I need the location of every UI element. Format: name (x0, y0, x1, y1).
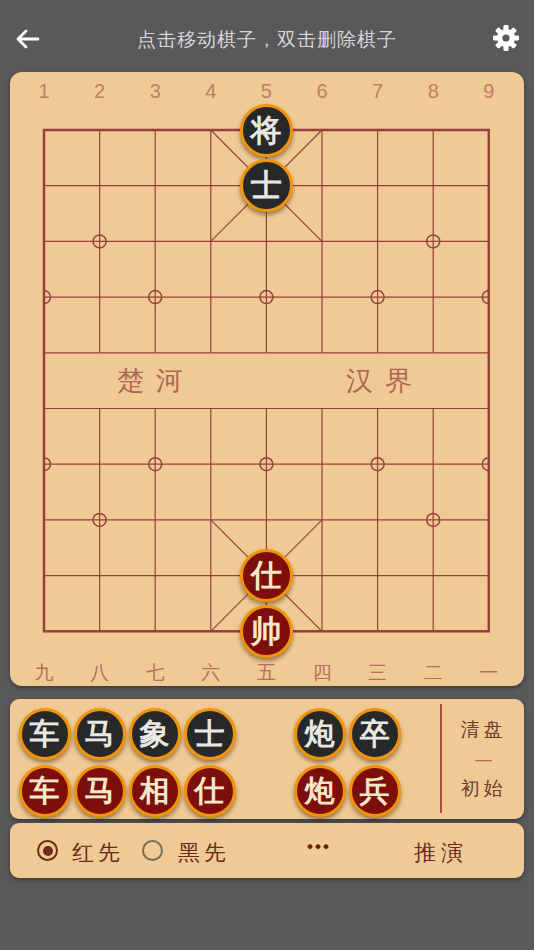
tray-red-soldier[interactable]: 兵 (349, 765, 401, 817)
file-label: 8 (428, 80, 439, 102)
file-label: 7 (372, 80, 383, 102)
red-advisor-piece[interactable]: 仕 (240, 549, 293, 602)
red-first-label[interactable]: 红先 (72, 838, 124, 868)
tray-divider-line (440, 704, 442, 813)
app-bar: 点击移动棋子，双击删除棋子 (0, 0, 534, 72)
tray-side-actions: 清盘 — 初始 (443, 699, 524, 819)
black-first-radio[interactable] (142, 840, 163, 861)
red-general-piece[interactable]: 帅 (240, 605, 293, 658)
tray-red-chariot[interactable]: 车 (19, 765, 71, 817)
bottom-control-bar: 红先 黑先 ••• 推演 (10, 823, 524, 878)
file-label: 九 (35, 661, 54, 683)
side-dash-separator: — (475, 749, 493, 770)
tray-black-horse[interactable]: 马 (74, 708, 126, 760)
file-label: 二 (424, 661, 443, 683)
file-label: 四 (313, 661, 332, 683)
tray-red-cannon[interactable]: 炮 (294, 765, 346, 817)
settings-gear-icon[interactable] (492, 24, 520, 52)
file-label: 4 (205, 80, 216, 102)
piece-tray: 车 马 象 士 炮 卒 车 马 相 仕 炮 兵 清盘 — 初始 (10, 699, 524, 819)
tray-black-soldier[interactable]: 卒 (349, 708, 401, 760)
file-label: 2 (94, 80, 105, 102)
file-label: 七 (146, 661, 165, 683)
file-label: 一 (479, 661, 498, 683)
tray-red-horse[interactable]: 马 (74, 765, 126, 817)
tray-black-elephant[interactable]: 象 (129, 708, 181, 760)
bottom-coordinate-labels: 九 八 七 六 五 四 三 二 一 (35, 661, 499, 683)
radio-selected-dot (43, 846, 53, 856)
file-label: 六 (201, 661, 220, 683)
more-options-button[interactable]: ••• (302, 837, 336, 857)
red-first-radio[interactable] (37, 840, 58, 861)
xiangqi-board: 1 2 3 4 5 6 7 8 9 (10, 72, 524, 686)
board-pieces-layer: 将 士 仕 帅 (16, 102, 516, 659)
black-first-label[interactable]: 黑先 (178, 838, 230, 868)
file-label: 1 (38, 80, 49, 102)
file-label: 五 (257, 661, 276, 683)
tray-black-cannon[interactable]: 炮 (294, 708, 346, 760)
initial-position-button[interactable]: 初始 (461, 776, 507, 802)
file-label: 八 (90, 661, 109, 683)
tray-red-advisor[interactable]: 仕 (184, 765, 236, 817)
tray-black-advisor[interactable]: 士 (184, 708, 236, 760)
play-out-button[interactable]: 推演 (414, 838, 468, 868)
file-label: 5 (261, 80, 272, 102)
top-coordinate-labels: 1 2 3 4 5 6 7 8 9 (38, 80, 494, 102)
file-label: 9 (483, 80, 494, 102)
file-label: 3 (150, 80, 161, 102)
file-label: 6 (316, 80, 327, 102)
black-advisor-piece[interactable]: 士 (240, 159, 293, 212)
black-general-piece[interactable]: 将 (240, 104, 293, 157)
file-label: 三 (368, 661, 387, 683)
tray-pieces-grid: 车 马 象 士 炮 卒 车 马 相 仕 炮 兵 (17, 705, 402, 819)
tray-red-elephant[interactable]: 相 (129, 765, 181, 817)
tray-black-chariot[interactable]: 车 (19, 708, 71, 760)
clear-board-button[interactable]: 清盘 (461, 717, 507, 743)
page-title: 点击移动棋子，双击删除棋子 (0, 27, 534, 53)
